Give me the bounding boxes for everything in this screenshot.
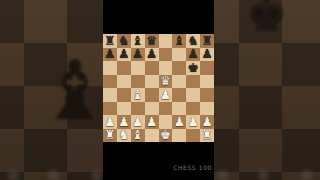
piece-white-pawn: ♟ xyxy=(146,115,157,128)
square-c6 xyxy=(131,61,145,75)
square-d8: ♛ xyxy=(145,34,159,48)
piece-black-knight: ♞ xyxy=(188,34,199,47)
piece-black-knight: ♞ xyxy=(118,34,129,47)
square-b3 xyxy=(117,102,131,116)
square-c1: ♝ xyxy=(131,129,145,143)
chess-board: ♜♞♝♛♝♞♜♟♟♟♟♟♟♚♛♝♟♟♟♟♟♟♟♟♜♞♝♚♜ xyxy=(103,34,214,142)
square-g4 xyxy=(186,88,200,102)
square-a5 xyxy=(103,75,117,89)
square-h1: ♜ xyxy=(200,129,214,143)
square-f5 xyxy=(172,75,186,89)
square-f7 xyxy=(172,48,186,62)
square-d6 xyxy=(145,61,159,75)
piece-white-queen: ♛ xyxy=(160,75,171,88)
square-e7 xyxy=(159,48,173,62)
square-h6 xyxy=(200,61,214,75)
square-c5 xyxy=(131,75,145,89)
piece-black-bishop: ♝ xyxy=(132,34,143,47)
piece-black-pawn: ♟ xyxy=(104,48,115,61)
piece-white-rook: ♜ xyxy=(104,129,115,142)
square-g2: ♟ xyxy=(186,115,200,129)
piece-black-rook: ♜ xyxy=(201,34,212,47)
square-f4 xyxy=(172,88,186,102)
square-c8: ♝ xyxy=(131,34,145,48)
piece-black-pawn: ♟ xyxy=(201,48,212,61)
piece-white-knight: ♞ xyxy=(118,129,129,142)
piece-white-pawn: ♟ xyxy=(188,115,199,128)
piece-black-pawn: ♟ xyxy=(118,48,129,61)
square-c3 xyxy=(131,102,145,116)
piece-white-pawn: ♟ xyxy=(160,88,171,101)
square-d1 xyxy=(145,129,159,143)
square-d5 xyxy=(145,75,159,89)
watermark-text: CHESS 100 xyxy=(173,164,212,171)
square-e8 xyxy=(159,34,173,48)
square-h3 xyxy=(200,102,214,116)
square-c4: ♝ xyxy=(131,88,145,102)
piece-white-pawn: ♟ xyxy=(104,115,115,128)
square-e4: ♟ xyxy=(159,88,173,102)
square-d7: ♟ xyxy=(145,48,159,62)
square-g6: ♚ xyxy=(186,61,200,75)
video-content-strip: ♜♞♝♛♝♞♜♟♟♟♟♟♟♚♛♝♟♟♟♟♟♟♟♟♜♞♝♚♜ CHESS 100 xyxy=(103,0,214,180)
square-h7: ♟ xyxy=(200,48,214,62)
square-d3 xyxy=(145,102,159,116)
square-d4 xyxy=(145,88,159,102)
piece-black-pawn: ♟ xyxy=(146,48,157,61)
square-a2: ♟ xyxy=(103,115,117,129)
piece-white-king: ♚ xyxy=(160,129,171,142)
square-a1: ♜ xyxy=(103,129,117,143)
piece-black-pawn: ♟ xyxy=(188,48,199,61)
square-a7: ♟ xyxy=(103,48,117,62)
piece-white-pawn: ♟ xyxy=(132,115,143,128)
piece-black-queen: ♛ xyxy=(146,34,157,47)
square-b6 xyxy=(117,61,131,75)
square-e5: ♛ xyxy=(159,75,173,89)
piece-white-pawn: ♟ xyxy=(118,115,129,128)
piece-white-bishop: ♝ xyxy=(132,129,143,142)
piece-black-pawn: ♟ xyxy=(132,48,143,61)
square-a8: ♜ xyxy=(103,34,117,48)
video-frame[interactable]: ♚ ♝ ♜♞♝♛♝♞♜♟♟♟♟♟♟♚♛♝♟♟♟♟♟♟♟♟♜♞♝♚♜ CHESS … xyxy=(0,0,320,180)
piece-white-pawn: ♟ xyxy=(174,115,185,128)
piece-black-bishop: ♝ xyxy=(174,34,185,47)
square-g1 xyxy=(186,129,200,143)
square-h4 xyxy=(200,88,214,102)
square-f8: ♝ xyxy=(172,34,186,48)
square-f6 xyxy=(172,61,186,75)
square-a4 xyxy=(103,88,117,102)
square-f1 xyxy=(172,129,186,143)
square-c7: ♟ xyxy=(131,48,145,62)
piece-black-king: ♚ xyxy=(188,61,199,74)
square-b4 xyxy=(117,88,131,102)
square-e2 xyxy=(159,115,173,129)
piece-white-bishop: ♝ xyxy=(132,88,143,101)
square-f3 xyxy=(172,102,186,116)
square-b5 xyxy=(117,75,131,89)
square-g8: ♞ xyxy=(186,34,200,48)
square-b1: ♞ xyxy=(117,129,131,143)
square-b7: ♟ xyxy=(117,48,131,62)
square-h5 xyxy=(200,75,214,89)
square-b8: ♞ xyxy=(117,34,131,48)
square-g3 xyxy=(186,102,200,116)
square-a6 xyxy=(103,61,117,75)
square-g5 xyxy=(186,75,200,89)
square-h2: ♟ xyxy=(200,115,214,129)
square-c2: ♟ xyxy=(131,115,145,129)
square-e3 xyxy=(159,102,173,116)
square-h8: ♜ xyxy=(200,34,214,48)
piece-black-rook: ♜ xyxy=(104,34,115,47)
square-d2: ♟ xyxy=(145,115,159,129)
square-b2: ♟ xyxy=(117,115,131,129)
square-g7: ♟ xyxy=(186,48,200,62)
piece-white-pawn: ♟ xyxy=(201,115,212,128)
piece-white-rook: ♜ xyxy=(201,129,212,142)
square-e6 xyxy=(159,61,173,75)
square-e1: ♚ xyxy=(159,129,173,143)
square-a3 xyxy=(103,102,117,116)
square-f2: ♟ xyxy=(172,115,186,129)
